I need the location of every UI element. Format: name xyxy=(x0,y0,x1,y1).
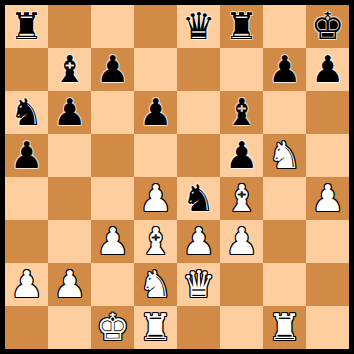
piece-black-queen[interactable]: ♛ xyxy=(182,5,215,48)
piece-white-queen[interactable]: ♛ xyxy=(182,263,215,306)
chess-board: ♜♛♜♚♝♟♟♟♞♟♟♝♟♟♞♟♞♝♟♟♝♟♟♟♟♞♛♚♜♜ xyxy=(5,5,349,349)
piece-white-rook[interactable]: ♜ xyxy=(139,306,172,349)
square-e7[interactable] xyxy=(177,48,220,91)
square-c4[interactable] xyxy=(91,177,134,220)
piece-white-pawn[interactable]: ♟ xyxy=(311,177,344,220)
square-f5[interactable]: ♟ xyxy=(220,134,263,177)
square-b3[interactable] xyxy=(48,220,91,263)
square-c8[interactable] xyxy=(91,5,134,48)
piece-black-knight[interactable]: ♞ xyxy=(10,91,43,134)
square-c6[interactable] xyxy=(91,91,134,134)
square-h4[interactable]: ♟ xyxy=(306,177,349,220)
square-a1[interactable] xyxy=(5,306,48,349)
piece-black-pawn[interactable]: ♟ xyxy=(96,48,129,91)
square-e8[interactable]: ♛ xyxy=(177,5,220,48)
square-g6[interactable] xyxy=(263,91,306,134)
square-a4[interactable] xyxy=(5,177,48,220)
square-a6[interactable]: ♞ xyxy=(5,91,48,134)
piece-white-bishop[interactable]: ♝ xyxy=(225,177,258,220)
square-d7[interactable] xyxy=(134,48,177,91)
piece-black-pawn[interactable]: ♟ xyxy=(10,134,43,177)
piece-black-pawn[interactable]: ♟ xyxy=(311,48,344,91)
square-a7[interactable] xyxy=(5,48,48,91)
square-b6[interactable]: ♟ xyxy=(48,91,91,134)
square-g5[interactable]: ♞ xyxy=(263,134,306,177)
piece-white-knight[interactable]: ♞ xyxy=(268,134,301,177)
square-c1[interactable]: ♚ xyxy=(91,306,134,349)
square-a3[interactable] xyxy=(5,220,48,263)
piece-white-king[interactable]: ♚ xyxy=(96,306,129,349)
piece-white-pawn[interactable]: ♟ xyxy=(182,220,215,263)
square-g7[interactable]: ♟ xyxy=(263,48,306,91)
square-b7[interactable]: ♝ xyxy=(48,48,91,91)
square-h1[interactable] xyxy=(306,306,349,349)
square-b4[interactable] xyxy=(48,177,91,220)
square-b5[interactable] xyxy=(48,134,91,177)
piece-black-knight[interactable]: ♞ xyxy=(182,177,215,220)
piece-white-pawn[interactable]: ♟ xyxy=(96,220,129,263)
piece-black-pawn[interactable]: ♟ xyxy=(225,134,258,177)
piece-black-pawn[interactable]: ♟ xyxy=(53,91,86,134)
piece-white-pawn[interactable]: ♟ xyxy=(139,177,172,220)
square-h7[interactable]: ♟ xyxy=(306,48,349,91)
piece-white-bishop[interactable]: ♝ xyxy=(139,220,172,263)
square-f3[interactable]: ♟ xyxy=(220,220,263,263)
piece-white-knight[interactable]: ♞ xyxy=(139,263,172,306)
chess-board-frame: ♜♛♜♚♝♟♟♟♞♟♟♝♟♟♞♟♞♝♟♟♝♟♟♟♟♞♛♚♜♜ xyxy=(0,0,354,354)
square-d1[interactable]: ♜ xyxy=(134,306,177,349)
piece-white-rook[interactable]: ♜ xyxy=(268,306,301,349)
piece-black-bishop[interactable]: ♝ xyxy=(225,91,258,134)
square-e2[interactable]: ♛ xyxy=(177,263,220,306)
piece-white-pawn[interactable]: ♟ xyxy=(53,263,86,306)
piece-white-pawn[interactable]: ♟ xyxy=(10,263,43,306)
square-e6[interactable] xyxy=(177,91,220,134)
square-d2[interactable]: ♞ xyxy=(134,263,177,306)
piece-black-rook[interactable]: ♜ xyxy=(225,5,258,48)
square-d8[interactable] xyxy=(134,5,177,48)
square-d6[interactable]: ♟ xyxy=(134,91,177,134)
square-b1[interactable] xyxy=(48,306,91,349)
square-b8[interactable] xyxy=(48,5,91,48)
square-g1[interactable]: ♜ xyxy=(263,306,306,349)
square-a8[interactable]: ♜ xyxy=(5,5,48,48)
piece-black-rook[interactable]: ♜ xyxy=(10,5,43,48)
square-d3[interactable]: ♝ xyxy=(134,220,177,263)
square-e5[interactable] xyxy=(177,134,220,177)
square-e4[interactable]: ♞ xyxy=(177,177,220,220)
square-c5[interactable] xyxy=(91,134,134,177)
piece-black-bishop[interactable]: ♝ xyxy=(53,48,86,91)
square-e3[interactable]: ♟ xyxy=(177,220,220,263)
square-d4[interactable]: ♟ xyxy=(134,177,177,220)
piece-white-pawn[interactable]: ♟ xyxy=(225,220,258,263)
square-f8[interactable]: ♜ xyxy=(220,5,263,48)
square-f4[interactable]: ♝ xyxy=(220,177,263,220)
square-h6[interactable] xyxy=(306,91,349,134)
square-h5[interactable] xyxy=(306,134,349,177)
square-h8[interactable]: ♚ xyxy=(306,5,349,48)
square-f7[interactable] xyxy=(220,48,263,91)
square-a5[interactable]: ♟ xyxy=(5,134,48,177)
square-c2[interactable] xyxy=(91,263,134,306)
square-g3[interactable] xyxy=(263,220,306,263)
square-b2[interactable]: ♟ xyxy=(48,263,91,306)
piece-black-pawn[interactable]: ♟ xyxy=(139,91,172,134)
square-h3[interactable] xyxy=(306,220,349,263)
piece-black-king[interactable]: ♚ xyxy=(311,5,344,48)
piece-black-pawn[interactable]: ♟ xyxy=(268,48,301,91)
square-c3[interactable]: ♟ xyxy=(91,220,134,263)
square-f6[interactable]: ♝ xyxy=(220,91,263,134)
square-g8[interactable] xyxy=(263,5,306,48)
square-g2[interactable] xyxy=(263,263,306,306)
square-f1[interactable] xyxy=(220,306,263,349)
square-d5[interactable] xyxy=(134,134,177,177)
square-c7[interactable]: ♟ xyxy=(91,48,134,91)
square-e1[interactable] xyxy=(177,306,220,349)
square-a2[interactable]: ♟ xyxy=(5,263,48,306)
square-g4[interactable] xyxy=(263,177,306,220)
square-h2[interactable] xyxy=(306,263,349,306)
square-f2[interactable] xyxy=(220,263,263,306)
